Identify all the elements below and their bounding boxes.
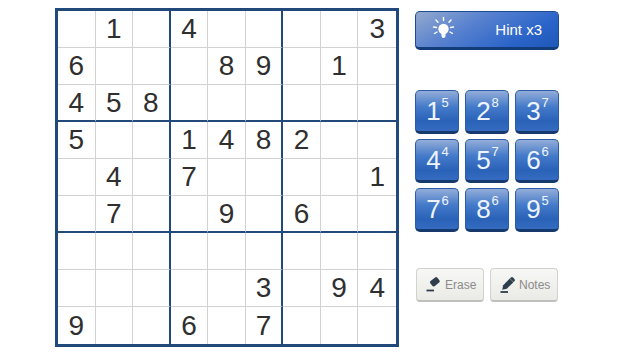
cell-r2c4[interactable] [171,48,209,85]
cell-r1c3[interactable] [133,11,171,48]
numpad-digit: 2 [476,98,490,124]
cell-r7c4[interactable] [171,233,209,270]
numpad-remaining-count: 5 [542,194,549,207]
cell-r8c4[interactable] [171,270,209,307]
cell-r3c4[interactable] [171,85,209,122]
numpad-remaining-count: 8 [492,96,499,109]
cell-r9c1[interactable]: 9 [58,307,96,344]
cell-r8c8[interactable]: 9 [321,270,359,307]
cell-r4c9[interactable] [358,122,396,159]
notes-button[interactable]: Notes [490,268,558,302]
numpad-remaining-count: 7 [542,96,549,109]
cell-r3c1[interactable]: 4 [58,85,96,122]
cell-r2c6[interactable]: 9 [246,48,284,85]
cell-r7c5[interactable] [208,233,246,270]
numpad-remaining-count: 6 [442,194,449,207]
cell-r3c2[interactable]: 5 [96,85,134,122]
lightbulb-icon [430,16,457,43]
cell-r7c6[interactable] [246,233,284,270]
cell-r6c4[interactable] [171,196,209,233]
numpad-digit: 7 [426,196,440,222]
cell-r6c6[interactable] [246,196,284,233]
cell-r1c9[interactable]: 3 [358,11,396,48]
numpad-button-7[interactable]: 76 [415,188,459,232]
cell-r6c1[interactable] [58,196,96,233]
cell-r7c3[interactable] [133,233,171,270]
cell-r1c8[interactable] [321,11,359,48]
cell-r5c3[interactable] [133,159,171,196]
cell-r9c7[interactable] [283,307,321,344]
cell-r8c9[interactable]: 4 [358,270,396,307]
numpad-button-4[interactable]: 44 [415,139,459,183]
cell-r8c2[interactable] [96,270,134,307]
numpad-remaining-count: 6 [492,194,499,207]
sudoku-board: 143689145851482471796394967 [55,8,399,347]
numpad-digit: 4 [426,147,440,173]
cell-r7c7[interactable] [283,233,321,270]
cell-r5c9[interactable]: 1 [358,159,396,196]
numpad-digit: 9 [526,196,540,222]
cell-r6c5[interactable]: 9 [208,196,246,233]
numpad-button-3[interactable]: 37 [515,90,559,134]
numpad-button-1[interactable]: 15 [415,90,459,134]
hint-button[interactable]: Hint x3 [415,11,559,50]
cell-r7c8[interactable] [321,233,359,270]
cell-r8c3[interactable] [133,270,171,307]
numpad-digit: 1 [426,98,440,124]
hint-label: Hint x3 [495,21,542,38]
pencil-icon [497,274,519,296]
cell-r4c7[interactable]: 2 [283,122,321,159]
numpad-digit: 5 [476,147,490,173]
cell-r5c5[interactable] [208,159,246,196]
cell-r4c2[interactable] [96,122,134,159]
cell-r2c7[interactable] [283,48,321,85]
cell-r7c9[interactable] [358,233,396,270]
cell-r6c7[interactable]: 6 [283,196,321,233]
cell-r9c6[interactable]: 7 [246,307,284,344]
cell-r6c8[interactable] [321,196,359,233]
cell-r5c2[interactable]: 4 [96,159,134,196]
numpad-remaining-count: 4 [442,145,449,158]
cell-r4c6[interactable]: 8 [246,122,284,159]
numpad-button-2[interactable]: 28 [465,90,509,134]
cell-r6c3[interactable] [133,196,171,233]
cell-r4c4[interactable]: 1 [171,122,209,159]
cell-r3c6[interactable] [246,85,284,122]
eraser-icon [423,274,445,296]
cell-r1c7[interactable] [283,11,321,48]
cell-r7c1[interactable] [58,233,96,270]
cell-r5c6[interactable] [246,159,284,196]
cell-r6c2[interactable]: 7 [96,196,134,233]
cell-r3c8[interactable] [321,85,359,122]
cell-r3c9[interactable] [358,85,396,122]
cell-r4c3[interactable] [133,122,171,159]
cell-r4c8[interactable] [321,122,359,159]
cell-r2c5[interactable]: 8 [208,48,246,85]
notes-label: Notes [519,278,550,292]
numpad-remaining-count: 7 [492,145,499,158]
cell-r5c7[interactable] [283,159,321,196]
cell-r6c9[interactable] [358,196,396,233]
tool-buttons: Erase Notes [416,268,558,302]
cell-r9c5[interactable] [208,307,246,344]
numpad-remaining-count: 5 [442,96,449,109]
cell-r9c8[interactable] [321,307,359,344]
sudoku-app: 143689145851482471796394967 Hint x3 [0,0,640,360]
cell-r7c2[interactable] [96,233,134,270]
cell-r2c2[interactable] [96,48,134,85]
cell-r9c2[interactable] [96,307,134,344]
cell-r5c8[interactable] [321,159,359,196]
cell-r9c3[interactable] [133,307,171,344]
cell-r1c2[interactable]: 1 [96,11,134,48]
numpad-button-8[interactable]: 86 [465,188,509,232]
cell-r2c8[interactable]: 1 [321,48,359,85]
cell-r1c6[interactable] [246,11,284,48]
cell-r3c3[interactable]: 8 [133,85,171,122]
numpad-button-6[interactable]: 66 [515,139,559,183]
cell-r2c1[interactable]: 6 [58,48,96,85]
cell-r4c5[interactable]: 4 [208,122,246,159]
erase-button[interactable]: Erase [416,268,484,302]
cell-r8c5[interactable] [208,270,246,307]
cell-r1c4[interactable]: 4 [171,11,209,48]
cell-r8c1[interactable] [58,270,96,307]
cell-r5c4[interactable]: 7 [171,159,209,196]
number-pad: 15 28 37 44 57 66 76 86 95 [415,90,559,232]
cell-r2c3[interactable] [133,48,171,85]
cell-r3c7[interactable] [283,85,321,122]
cell-r1c1[interactable] [58,11,96,48]
numpad-digit: 8 [476,196,490,222]
numpad-digit: 6 [526,147,540,173]
cell-r2c9[interactable] [358,48,396,85]
cell-r5c1[interactable] [58,159,96,196]
cell-r1c5[interactable] [208,11,246,48]
numpad-button-9[interactable]: 95 [515,188,559,232]
numpad-digit: 3 [526,98,540,124]
cell-r8c7[interactable] [283,270,321,307]
cell-r9c9[interactable] [358,307,396,344]
erase-label: Erase [445,278,476,292]
numpad-remaining-count: 6 [542,145,549,158]
numpad-button-5[interactable]: 57 [465,139,509,183]
cell-r8c6[interactable]: 3 [246,270,284,307]
cell-r4c1[interactable]: 5 [58,122,96,159]
cell-r9c4[interactable]: 6 [171,307,209,344]
cell-r3c5[interactable] [208,85,246,122]
